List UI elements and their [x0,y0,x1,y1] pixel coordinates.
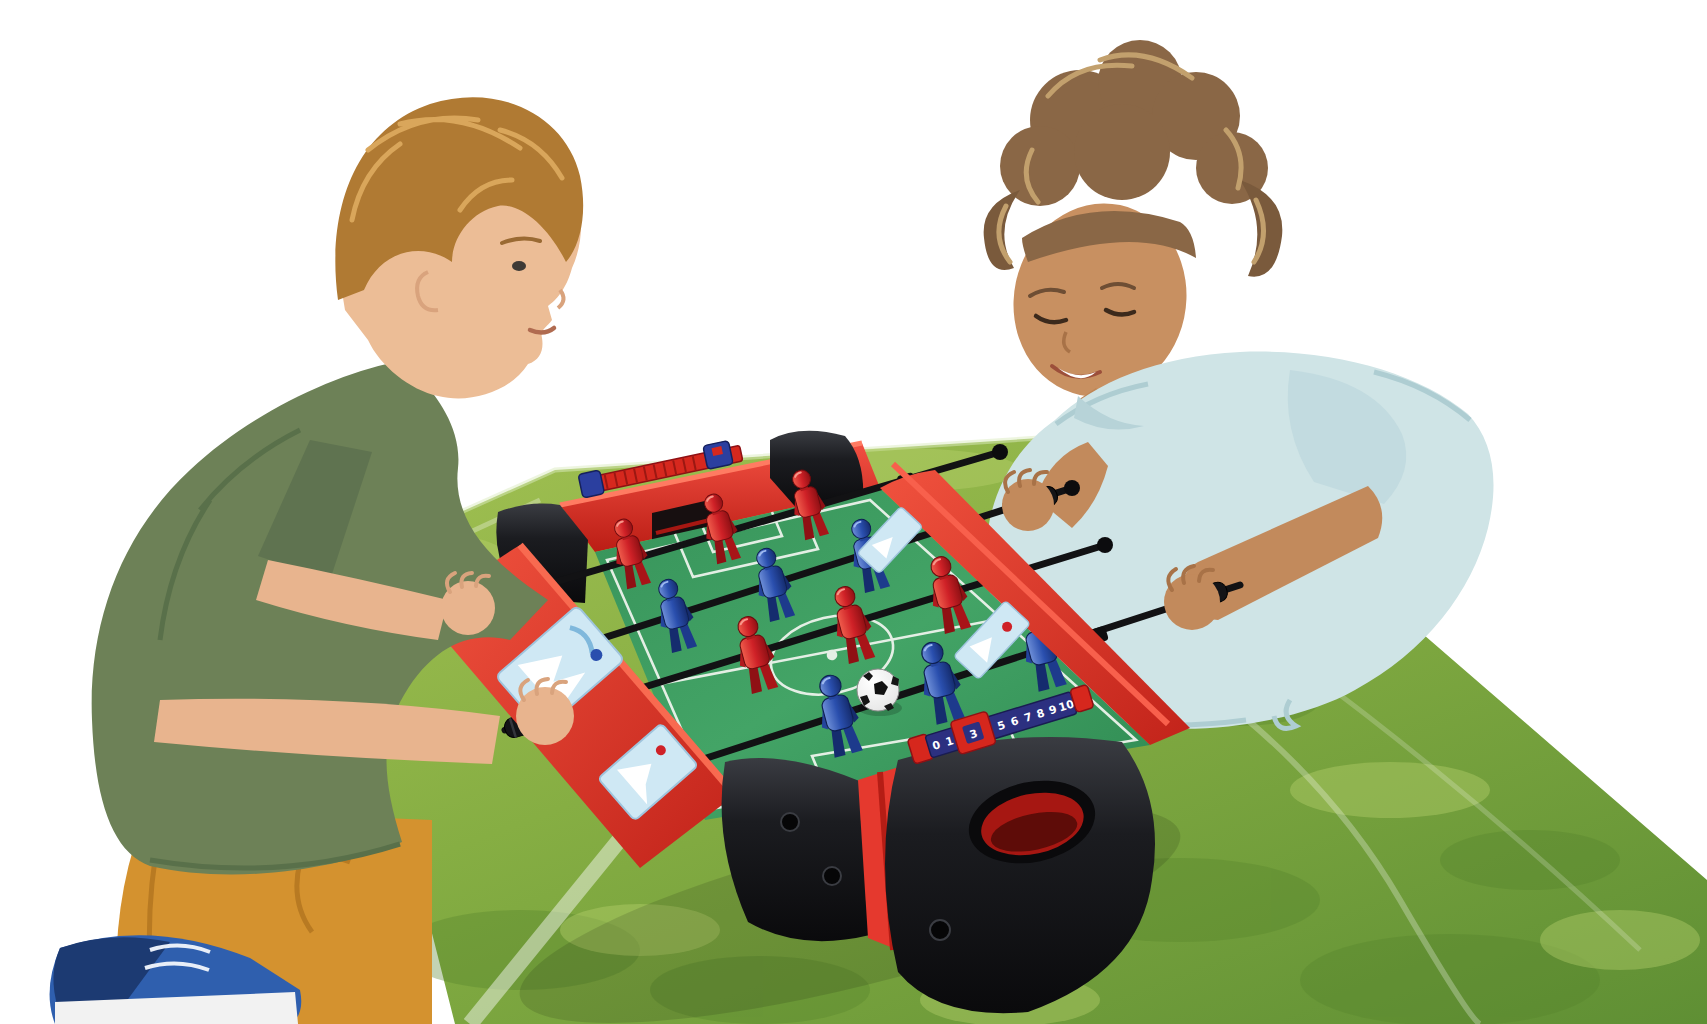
boy-face [335,97,583,398]
corner-screw [781,813,799,831]
scene: 0 1 3 5 6 7 8 9 10 [0,0,1707,1024]
girl-left-hand [1002,479,1054,531]
rod-3-end-cap [1097,537,1113,553]
rod-2-end-cap-right [1064,480,1080,496]
score-bead-left [578,470,605,498]
score-bead-right [703,441,733,470]
centre-spot [827,650,837,660]
rod-1-end-cap [992,444,1008,460]
boy-right-hand [516,687,574,745]
corner-screw [823,867,841,885]
photo-recreation: 0 1 3 5 6 7 8 9 10 [0,0,1707,1024]
boy-eye [512,261,526,271]
girl-right-hand [1164,574,1220,630]
corner-screw [930,920,950,940]
